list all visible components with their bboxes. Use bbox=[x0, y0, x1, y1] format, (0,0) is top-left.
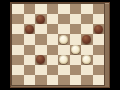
board-square-e8[interactable] bbox=[58, 4, 70, 14]
checker-piece-white-e3[interactable] bbox=[59, 55, 68, 64]
board-square-b5[interactable] bbox=[24, 34, 36, 44]
board-square-d3[interactable] bbox=[47, 55, 59, 65]
board-square-g5[interactable] bbox=[81, 34, 93, 44]
board-square-f2[interactable] bbox=[70, 65, 82, 75]
board-square-d7[interactable] bbox=[47, 14, 59, 24]
board-square-c4[interactable] bbox=[35, 45, 47, 55]
board-square-d5[interactable] bbox=[47, 34, 59, 44]
board-square-g8[interactable] bbox=[81, 4, 93, 14]
board-square-b8[interactable] bbox=[24, 4, 36, 14]
board-square-h4[interactable] bbox=[93, 45, 105, 55]
board-square-h8[interactable] bbox=[93, 4, 105, 14]
board-square-c3[interactable] bbox=[35, 55, 47, 65]
board-square-h3[interactable] bbox=[93, 55, 105, 65]
board-square-d1[interactable] bbox=[47, 75, 59, 85]
board-square-a3[interactable] bbox=[12, 55, 24, 65]
board-square-g4[interactable] bbox=[81, 45, 93, 55]
board-square-a5[interactable] bbox=[12, 34, 24, 44]
board-square-c1[interactable] bbox=[35, 75, 47, 85]
board-square-c6[interactable] bbox=[35, 24, 47, 34]
board-square-h1[interactable] bbox=[93, 75, 105, 85]
board-square-a4[interactable] bbox=[12, 45, 24, 55]
board-square-b3[interactable] bbox=[24, 55, 36, 65]
board-square-h6[interactable] bbox=[93, 24, 105, 34]
checker-piece-white-g3[interactable] bbox=[82, 55, 91, 64]
board-square-f6[interactable] bbox=[70, 24, 82, 34]
board-square-d4[interactable] bbox=[47, 45, 59, 55]
board-square-a1[interactable] bbox=[12, 75, 24, 85]
board-square-a2[interactable] bbox=[12, 65, 24, 75]
board-square-e4[interactable] bbox=[58, 45, 70, 55]
checker-piece-dark-b6[interactable] bbox=[25, 25, 34, 34]
board-square-a7[interactable] bbox=[12, 14, 24, 24]
board-square-c8[interactable] bbox=[35, 4, 47, 14]
board-square-e2[interactable] bbox=[58, 65, 70, 75]
board-square-g6[interactable] bbox=[81, 24, 93, 34]
board-square-h5[interactable] bbox=[93, 34, 105, 44]
board-square-e3[interactable] bbox=[58, 55, 70, 65]
board-square-e1[interactable] bbox=[58, 75, 70, 85]
board-square-f4[interactable] bbox=[70, 45, 82, 55]
checkers-board bbox=[12, 4, 104, 85]
board-square-d2[interactable] bbox=[47, 65, 59, 75]
board-square-b1[interactable] bbox=[24, 75, 36, 85]
board-square-b6[interactable] bbox=[24, 24, 36, 34]
board-square-g3[interactable] bbox=[81, 55, 93, 65]
board-square-e6[interactable] bbox=[58, 24, 70, 34]
board-square-f8[interactable] bbox=[70, 4, 82, 14]
board-square-f3[interactable] bbox=[70, 55, 82, 65]
checker-piece-dark-h6[interactable] bbox=[94, 25, 103, 34]
board-square-a8[interactable] bbox=[12, 4, 24, 14]
board-square-g2[interactable] bbox=[81, 65, 93, 75]
board-square-g1[interactable] bbox=[81, 75, 93, 85]
board-square-d6[interactable] bbox=[47, 24, 59, 34]
checker-piece-dark-c7[interactable] bbox=[36, 15, 45, 24]
board-square-c7[interactable] bbox=[35, 14, 47, 24]
board-square-e5[interactable] bbox=[58, 34, 70, 44]
board-square-f7[interactable] bbox=[70, 14, 82, 24]
board-square-c2[interactable] bbox=[35, 65, 47, 75]
board-square-e7[interactable] bbox=[58, 14, 70, 24]
board-square-b7[interactable] bbox=[24, 14, 36, 24]
checker-piece-dark-g5[interactable] bbox=[82, 35, 91, 44]
board-square-g7[interactable] bbox=[81, 14, 93, 24]
checker-piece-white-f4[interactable] bbox=[71, 45, 80, 54]
board-square-d8[interactable] bbox=[47, 4, 59, 14]
board-square-f1[interactable] bbox=[70, 75, 82, 85]
board-square-h2[interactable] bbox=[93, 65, 105, 75]
board-square-b4[interactable] bbox=[24, 45, 36, 55]
checker-piece-dark-c3[interactable] bbox=[36, 55, 45, 64]
board-square-a6[interactable] bbox=[12, 24, 24, 34]
board-square-f5[interactable] bbox=[70, 34, 82, 44]
screen bbox=[0, 0, 120, 90]
checker-piece-white-e5[interactable] bbox=[59, 35, 68, 44]
board-square-h7[interactable] bbox=[93, 14, 105, 24]
board-square-c5[interactable] bbox=[35, 34, 47, 44]
board-square-b2[interactable] bbox=[24, 65, 36, 75]
